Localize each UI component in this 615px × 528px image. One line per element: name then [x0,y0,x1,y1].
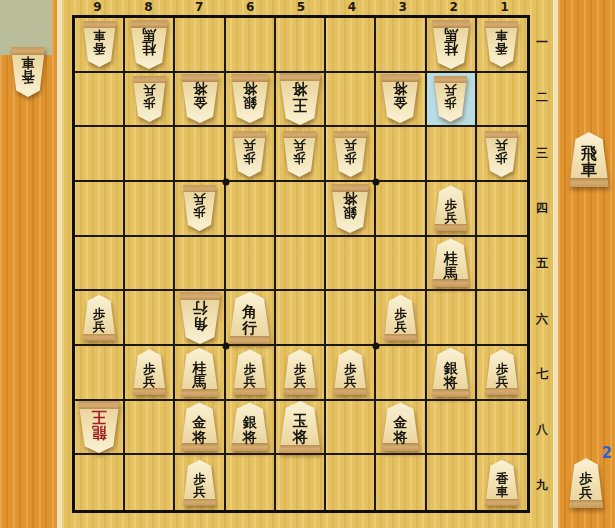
piece-silver[interactable]: 銀将 [329,184,371,233]
piece-kanji: 香車 [81,21,118,67]
rank-label-四: 四 [532,181,552,236]
left-edge-strip [57,0,62,528]
piece-kanji: 歩兵 [567,458,605,508]
piece-knight[interactable]: 桂馬 [430,20,472,69]
star-point [222,343,229,350]
square-6九[interactable] [226,455,276,510]
piece-silver[interactable]: 銀将 [430,348,472,397]
piece-kanji: 歩兵 [281,131,318,177]
square-3九[interactable] [376,455,426,510]
square-6五[interactable] [226,237,276,292]
square-2九[interactable] [427,455,477,510]
piece-pawn[interactable]: 歩兵 [332,349,369,395]
square-9一[interactable]: 香車 [75,18,125,73]
file-label-9: 9 [72,0,123,15]
piece-king[interactable]: 玉将 [277,401,323,453]
piece-pawn[interactable]: 歩兵 [432,76,469,122]
piece-bishop[interactable]: 角行 [177,292,223,344]
file-label-2: 2 [428,0,479,15]
square-3四[interactable] [376,182,426,237]
piece-kanji: 飛車 [567,132,611,187]
rank-label-九: 九 [532,458,552,513]
board-panel: 987654321 一二三四五六七八九 香車桂馬桂馬香車歩兵金将銀将王将金将歩兵… [62,0,558,528]
square-7二[interactable]: 金将 [175,73,225,128]
piece-kanji: 歩兵 [332,349,369,395]
square-6七[interactable]: 歩兵 [226,346,276,401]
piece-pawn[interactable]: 歩兵 [231,131,268,177]
square-7五[interactable] [175,237,225,292]
square-5三[interactable]: 歩兵 [276,127,326,182]
piece-kanji: 歩兵 [231,131,268,177]
piece-pawn[interactable]: 歩兵 [131,76,168,122]
square-2二[interactable]: 歩兵 [427,73,477,128]
piece-gold[interactable]: 金将 [379,402,421,451]
square-7一[interactable] [175,18,225,73]
piece-rook[interactable]: 飛車 [567,132,611,187]
square-3五[interactable] [376,237,426,292]
square-5七[interactable]: 歩兵 [276,346,326,401]
piece-kanji: 王将 [277,73,323,125]
piece-kanji: 金将 [179,74,221,123]
piece-kanji: 桂馬 [430,238,472,287]
piece-kanji: 香車 [483,460,520,506]
square-3六[interactable]: 歩兵 [376,291,426,346]
piece-pawn[interactable]: 歩兵 [432,185,469,231]
piece-pawn[interactable]: 歩兵 [567,458,605,508]
square-5一[interactable] [276,18,326,73]
square-5六[interactable] [276,291,326,346]
square-3二[interactable]: 金将 [376,73,426,128]
square-7六[interactable]: 角行 [175,291,225,346]
piece-lance[interactable]: 香車 [81,21,118,67]
shogi-board: 香車桂馬桂馬香車歩兵金将銀将王将金将歩兵歩兵歩兵歩兵歩兵歩兵銀将歩兵桂馬歩兵角行… [72,15,530,513]
square-5四[interactable] [276,182,326,237]
gote-hand-tray: 香車 [0,0,62,528]
square-8一[interactable]: 桂馬 [125,18,175,73]
gote-hand-lance-slot[interactable]: 香車 [9,47,47,101]
square-6八[interactable]: 銀将 [226,401,276,456]
square-9八[interactable]: 龍王 [75,401,125,456]
piece-kanji: 銀将 [329,184,371,233]
file-label-3: 3 [377,0,428,15]
square-8九[interactable] [125,455,175,510]
piece-kanji: 歩兵 [231,349,268,395]
rank-label-六: 六 [532,292,552,347]
piece-kanji: 香車 [9,47,47,97]
square-1四[interactable] [477,182,527,237]
rank-label-八: 八 [532,402,552,457]
rank-label-二: 二 [532,70,552,125]
pawn-count-badge: 2 [602,444,612,462]
square-5二[interactable]: 王将 [276,73,326,128]
piece-silver[interactable]: 銀将 [229,402,271,451]
square-3一[interactable] [376,18,426,73]
square-9九[interactable] [75,455,125,510]
square-2三[interactable] [427,127,477,182]
piece-pawn[interactable]: 歩兵 [231,349,268,395]
file-label-4: 4 [326,0,377,15]
square-4五[interactable] [326,237,376,292]
piece-kanji: 角行 [177,292,223,344]
square-9七[interactable] [75,346,125,401]
square-2七[interactable]: 銀将 [427,346,477,401]
piece-kanji: 歩兵 [432,76,469,122]
square-2八[interactable] [427,401,477,456]
piece-pawn[interactable]: 歩兵 [332,131,369,177]
square-1九[interactable]: 香車 [477,455,527,510]
piece-kanji: 歩兵 [181,460,218,506]
piece-gold[interactable]: 金将 [379,74,421,123]
piece-kanji: 角行 [227,292,273,344]
square-1二[interactable] [477,73,527,128]
piece-kanji: 銀将 [229,402,271,451]
piece-kanji: 銀将 [229,74,271,123]
square-4八[interactable] [326,401,376,456]
piece-kanji: 歩兵 [131,76,168,122]
square-3三[interactable] [376,127,426,182]
rank-label-七: 七 [532,347,552,402]
file-labels: 987654321 [72,0,530,15]
shogi-app: 香車 987654321 一二三四五六七八九 香車桂馬桂馬香車歩兵金将銀将王将金… [0,0,615,528]
piece-kanji: 桂馬 [179,348,221,397]
piece-kanji: 歩兵 [483,131,520,177]
square-7九[interactable]: 歩兵 [175,455,225,510]
piece-knight[interactable]: 桂馬 [430,238,472,287]
square-1八[interactable] [477,401,527,456]
square-8八[interactable] [125,401,175,456]
file-label-8: 8 [123,0,174,15]
square-2六[interactable] [427,291,477,346]
piece-kanji: 桂馬 [430,20,472,69]
rank-label-五: 五 [532,236,552,291]
piece-kanji: 歩兵 [81,295,118,341]
piece-dragon[interactable]: 龍王 [76,401,122,453]
piece-pawn[interactable]: 歩兵 [281,131,318,177]
piece-knight[interactable]: 桂馬 [179,348,221,397]
square-8二[interactable]: 歩兵 [125,73,175,128]
star-point [222,179,229,186]
square-9二[interactable] [75,73,125,128]
piece-gold[interactable]: 金将 [179,402,221,451]
piece-pawn[interactable]: 歩兵 [483,349,520,395]
star-point [373,343,380,350]
square-2一[interactable]: 桂馬 [427,18,477,73]
piece-lance[interactable]: 香車 [483,21,520,67]
square-9五[interactable] [75,237,125,292]
file-label-7: 7 [174,0,225,15]
piece-kanji: 香車 [483,21,520,67]
square-4三[interactable]: 歩兵 [326,127,376,182]
piece-pawn[interactable]: 歩兵 [131,349,168,395]
piece-silver[interactable]: 銀将 [229,74,271,123]
rank-labels: 一二三四五六七八九 [532,15,552,513]
square-1一[interactable]: 香車 [477,18,527,73]
square-6四[interactable] [226,182,276,237]
square-8三[interactable] [125,127,175,182]
piece-kanji: 歩兵 [382,295,419,341]
star-point [373,179,380,186]
square-5九[interactable] [276,455,326,510]
square-4四[interactable]: 銀将 [326,182,376,237]
square-3七[interactable] [376,346,426,401]
square-5五[interactable] [276,237,326,292]
piece-knight[interactable]: 桂馬 [128,20,170,69]
piece-kanji: 歩兵 [281,349,318,395]
sente-hand-tray: 飛車 歩兵2 [558,0,615,528]
piece-kanji: 歩兵 [131,349,168,395]
square-5八[interactable]: 玉将 [276,401,326,456]
piece-kanji: 歩兵 [483,349,520,395]
sente-hand-rook-slot[interactable]: 飛車 [567,132,611,191]
piece-kanji: 玉将 [277,401,323,453]
piece-lance[interactable]: 香車 [483,460,520,506]
file-label-1: 1 [479,0,530,15]
piece-pawn[interactable]: 歩兵 [382,295,419,341]
piece-lance[interactable]: 香車 [9,47,47,97]
piece-pawn[interactable]: 歩兵 [181,460,218,506]
rank-label-三: 三 [532,126,552,181]
square-4七[interactable]: 歩兵 [326,346,376,401]
piece-king[interactable]: 王将 [277,73,323,125]
square-6二[interactable]: 銀将 [226,73,276,128]
piece-kanji: 歩兵 [432,185,469,231]
square-9三[interactable] [75,127,125,182]
square-9六[interactable]: 歩兵 [75,291,125,346]
square-7八[interactable]: 金将 [175,401,225,456]
square-8五[interactable] [125,237,175,292]
piece-pawn[interactable]: 歩兵 [181,185,218,231]
piece-kanji: 金将 [379,402,421,451]
piece-kanji: 金将 [179,402,221,451]
sente-hand-pawn-slot[interactable]: 歩兵2 [567,458,605,512]
piece-pawn[interactable]: 歩兵 [81,295,118,341]
square-8七[interactable]: 歩兵 [125,346,175,401]
rank-label-一: 一 [532,15,552,70]
piece-kanji: 歩兵 [332,131,369,177]
square-1六[interactable] [477,291,527,346]
square-4一[interactable] [326,18,376,73]
square-1七[interactable]: 歩兵 [477,346,527,401]
square-8四[interactable] [125,182,175,237]
piece-kanji: 龍王 [76,401,122,453]
square-6六[interactable]: 角行 [226,291,276,346]
square-7四[interactable]: 歩兵 [175,182,225,237]
square-7七[interactable]: 桂馬 [175,346,225,401]
piece-pawn[interactable]: 歩兵 [281,349,318,395]
square-2五[interactable]: 桂馬 [427,237,477,292]
square-6三[interactable]: 歩兵 [226,127,276,182]
square-4六[interactable] [326,291,376,346]
piece-kanji: 金将 [379,74,421,123]
square-7三[interactable] [175,127,225,182]
square-9四[interactable] [75,182,125,237]
square-3八[interactable]: 金将 [376,401,426,456]
piece-bishop[interactable]: 角行 [227,292,273,344]
square-4二[interactable] [326,73,376,128]
square-2四[interactable]: 歩兵 [427,182,477,237]
piece-kanji: 歩兵 [181,185,218,231]
square-1五[interactable] [477,237,527,292]
square-1三[interactable]: 歩兵 [477,127,527,182]
file-label-6: 6 [225,0,276,15]
piece-gold[interactable]: 金将 [179,74,221,123]
square-4九[interactable] [326,455,376,510]
piece-kanji: 銀将 [430,348,472,397]
square-8六[interactable] [125,291,175,346]
piece-pawn[interactable]: 歩兵 [483,131,520,177]
piece-kanji: 桂馬 [128,20,170,69]
square-6一[interactable] [226,18,276,73]
file-label-5: 5 [276,0,327,15]
